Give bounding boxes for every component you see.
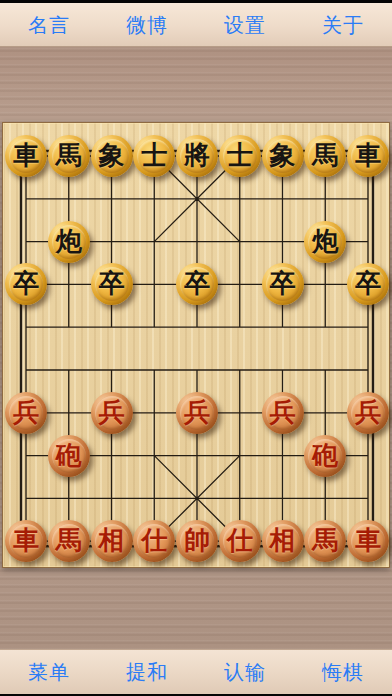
piece-character: 相 (270, 528, 296, 554)
piece-red-soldier[interactable]: 兵 (176, 392, 218, 434)
piece-face: 卒 (9, 267, 43, 301)
piece-face: 車 (9, 139, 43, 173)
piece-face: 炮 (308, 225, 342, 259)
piece-face: 卒 (180, 267, 214, 301)
piece-face: 卒 (351, 267, 385, 301)
menu-button[interactable]: 菜单 (24, 656, 74, 688)
piece-character: 仕 (141, 528, 167, 554)
piece-black-soldier[interactable]: 卒 (262, 263, 304, 305)
piece-character: 馬 (56, 528, 82, 554)
piece-black-advisor[interactable]: 士 (133, 135, 175, 177)
piece-face: 馬 (52, 524, 86, 558)
piece-face: 象 (95, 139, 129, 173)
piece-face: 兵 (266, 396, 300, 430)
piece-red-soldier[interactable]: 兵 (262, 392, 304, 434)
piece-black-elephant[interactable]: 象 (91, 135, 133, 177)
piece-character: 兵 (99, 400, 125, 426)
piece-face: 馬 (52, 139, 86, 173)
piece-red-advisor[interactable]: 仕 (219, 520, 261, 562)
piece-face: 車 (351, 524, 385, 558)
piece-red-soldier[interactable]: 兵 (347, 392, 389, 434)
piece-character: 兵 (355, 400, 381, 426)
piece-face: 兵 (180, 396, 214, 430)
piece-face: 帥 (180, 524, 214, 558)
piece-face: 馬 (308, 524, 342, 558)
piece-character: 兵 (184, 400, 210, 426)
piece-face: 象 (266, 139, 300, 173)
piece-red-soldier[interactable]: 兵 (5, 392, 47, 434)
piece-black-soldier[interactable]: 卒 (5, 263, 47, 305)
piece-black-chariot[interactable]: 車 (5, 135, 47, 177)
piece-face: 仕 (223, 524, 257, 558)
piece-character: 馬 (56, 143, 82, 169)
piece-character: 兵 (270, 400, 296, 426)
bottom-toolbar: 菜单 提和 认输 悔棋 (0, 649, 392, 694)
piece-red-horse[interactable]: 馬 (48, 520, 90, 562)
piece-character: 士 (227, 143, 253, 169)
piece-character: 卒 (99, 271, 125, 297)
undo-move-button[interactable]: 悔棋 (318, 656, 368, 688)
piece-character: 馬 (312, 528, 338, 554)
resign-button[interactable]: 认输 (220, 656, 270, 688)
piece-character: 砲 (312, 443, 338, 469)
piece-black-soldier[interactable]: 卒 (347, 263, 389, 305)
about-button[interactable]: 关于 (318, 9, 368, 41)
piece-face: 車 (9, 524, 43, 558)
piece-character: 象 (99, 143, 125, 169)
piece-black-soldier[interactable]: 卒 (176, 263, 218, 305)
piece-black-horse[interactable]: 馬 (304, 135, 346, 177)
piece-face: 仕 (137, 524, 171, 558)
top-toolbar: 名言 微博 设置 关于 (0, 3, 392, 47)
piece-character: 車 (355, 528, 381, 554)
piece-character: 卒 (355, 271, 381, 297)
piece-black-cannon[interactable]: 炮 (48, 221, 90, 263)
piece-face: 兵 (351, 396, 385, 430)
piece-black-advisor[interactable]: 士 (219, 135, 261, 177)
piece-face: 砲 (52, 439, 86, 473)
piece-red-soldier[interactable]: 兵 (91, 392, 133, 434)
piece-character: 砲 (56, 443, 82, 469)
piece-character: 卒 (184, 271, 210, 297)
settings-button[interactable]: 设置 (220, 9, 270, 41)
piece-character: 卒 (270, 271, 296, 297)
piece-face: 馬 (308, 139, 342, 173)
piece-face: 兵 (95, 396, 129, 430)
piece-character: 卒 (13, 271, 39, 297)
piece-character: 士 (141, 143, 167, 169)
piece-character: 將 (184, 143, 210, 169)
piece-face: 卒 (266, 267, 300, 301)
piece-red-horse[interactable]: 馬 (304, 520, 346, 562)
piece-character: 車 (13, 528, 39, 554)
board-grid-lines (3, 123, 391, 569)
piece-red-chariot[interactable]: 車 (5, 520, 47, 562)
piece-red-general[interactable]: 帥 (176, 520, 218, 562)
piece-character: 象 (270, 143, 296, 169)
piece-red-cannon[interactable]: 砲 (304, 435, 346, 477)
piece-character: 仕 (227, 528, 253, 554)
piece-red-cannon[interactable]: 砲 (48, 435, 90, 477)
piece-face: 將 (180, 139, 214, 173)
piece-face: 卒 (95, 267, 129, 301)
offer-draw-button[interactable]: 提和 (122, 656, 172, 688)
quotes-button[interactable]: 名言 (24, 9, 74, 41)
piece-character: 帥 (184, 528, 210, 554)
piece-red-elephant[interactable]: 相 (91, 520, 133, 562)
piece-face: 相 (266, 524, 300, 558)
piece-red-elephant[interactable]: 相 (262, 520, 304, 562)
piece-face: 炮 (52, 225, 86, 259)
piece-face: 士 (223, 139, 257, 173)
piece-black-soldier[interactable]: 卒 (91, 263, 133, 305)
piece-character: 馬 (312, 143, 338, 169)
piece-character: 炮 (312, 229, 338, 255)
piece-black-chariot[interactable]: 車 (347, 135, 389, 177)
piece-character: 兵 (13, 400, 39, 426)
piece-character: 車 (355, 143, 381, 169)
piece-face: 士 (137, 139, 171, 173)
piece-black-horse[interactable]: 馬 (48, 135, 90, 177)
piece-face: 車 (351, 139, 385, 173)
piece-red-chariot[interactable]: 車 (347, 520, 389, 562)
piece-black-elephant[interactable]: 象 (262, 135, 304, 177)
piece-character: 車 (13, 143, 39, 169)
piece-character: 相 (99, 528, 125, 554)
weibo-button[interactable]: 微博 (122, 9, 172, 41)
piece-face: 相 (95, 524, 129, 558)
piece-face: 兵 (9, 396, 43, 430)
piece-black-cannon[interactable]: 炮 (304, 221, 346, 263)
piece-character: 炮 (56, 229, 82, 255)
piece-face: 砲 (308, 439, 342, 473)
piece-black-general[interactable]: 將 (176, 135, 218, 177)
xiangqi-board[interactable]: 車馬象士將士象馬車炮炮卒卒卒卒卒兵兵兵兵兵砲砲車馬相仕帥仕相馬車 (2, 122, 390, 568)
piece-red-advisor[interactable]: 仕 (133, 520, 175, 562)
